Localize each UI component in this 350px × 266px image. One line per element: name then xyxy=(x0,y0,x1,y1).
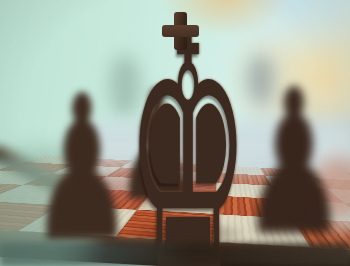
pawn-glyph: ♟ xyxy=(240,63,348,263)
chess-photo-scene: ♟ ♟ ♟ ♚ xyxy=(0,0,350,266)
black-pawn-left: ♟ xyxy=(42,100,122,222)
foreground-blur-edge xyxy=(0,243,350,266)
black-king: ♚ xyxy=(128,6,248,243)
king-cross-finial xyxy=(174,12,187,50)
king-glyph: ♚ xyxy=(126,0,250,266)
black-pawn-right: ♟ xyxy=(252,96,336,216)
pawn-glyph: ♟ xyxy=(30,69,134,266)
